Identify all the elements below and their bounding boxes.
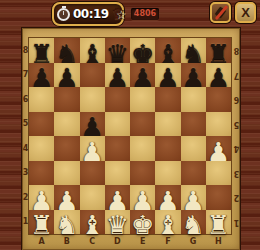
timer: 00:19 ♛ [52, 2, 124, 26]
chess-board-frame: 87654321 87654321 ABCDEFGH ♜♞♝♛♚♝♞♜♟♟♟♟♟… [22, 28, 240, 250]
rank-label-1: 1 [22, 210, 29, 235]
square-e1[interactable]: ♚ [130, 210, 155, 235]
square-c1[interactable]: ♝ [80, 210, 105, 235]
square-d7[interactable]: ♟ [105, 63, 130, 88]
sound-off-button[interactable] [210, 2, 231, 23]
square-c8[interactable]: ♝ [80, 38, 105, 63]
rank-label-8: 8 [22, 38, 29, 63]
square-a3[interactable] [29, 161, 54, 186]
rank-label-5: 5 [22, 112, 29, 137]
white-rook[interactable]: ♜ [207, 212, 230, 238]
square-f5[interactable] [155, 112, 180, 137]
square-f6[interactable] [155, 87, 180, 112]
square-a7[interactable]: ♟ [29, 63, 54, 88]
square-f7[interactable]: ♟ [155, 63, 180, 88]
square-g2[interactable]: ♟ [181, 185, 206, 210]
white-rook[interactable]: ♜ [30, 212, 53, 238]
square-c5[interactable]: ♟ [80, 112, 105, 137]
square-f4[interactable] [155, 136, 180, 161]
square-b7[interactable]: ♟ [54, 63, 79, 88]
square-h2[interactable] [206, 185, 231, 210]
square-h8[interactable]: ♜ [206, 38, 231, 63]
square-h7[interactable]: ♟ [206, 63, 231, 88]
game-window: 00:19 ♛ ☆ 4806 X 87654321 87654321 ABCDE… [0, 0, 260, 250]
square-d4[interactable] [105, 136, 130, 161]
rank-label-5-right: 5 [233, 112, 240, 137]
rank-label-7: 7 [22, 63, 29, 88]
timer-value: 00:19 [73, 7, 109, 21]
square-d2[interactable]: ♟ [105, 185, 130, 210]
rank-label-8-right: 8 [233, 38, 240, 63]
white-queen[interactable]: ♛ [106, 212, 129, 238]
square-d3[interactable] [105, 161, 130, 186]
square-g6[interactable] [181, 87, 206, 112]
square-d6[interactable] [105, 87, 130, 112]
rank-label-7-right: 7 [233, 63, 240, 88]
close-button[interactable]: X [235, 2, 256, 23]
rank-labels-right: 87654321 [233, 38, 240, 234]
rank-label-4: 4 [22, 136, 29, 161]
square-d1[interactable]: ♛ [105, 210, 130, 235]
square-h3[interactable] [206, 161, 231, 186]
square-g8[interactable]: ♞ [181, 38, 206, 63]
square-a6[interactable] [29, 87, 54, 112]
square-e7[interactable]: ♟ [130, 63, 155, 88]
square-e3[interactable] [130, 161, 155, 186]
square-f3[interactable] [155, 161, 180, 186]
square-e6[interactable] [130, 87, 155, 112]
close-icon: X [241, 6, 250, 19]
square-g7[interactable]: ♟ [181, 63, 206, 88]
white-king[interactable]: ♚ [131, 212, 154, 238]
square-b1[interactable]: ♞ [54, 210, 79, 235]
white-bishop[interactable]: ♝ [80, 212, 103, 238]
rank-label-2: 2 [22, 185, 29, 210]
square-c7[interactable] [80, 63, 105, 88]
square-a8[interactable]: ♜ [29, 38, 54, 63]
square-h1[interactable]: ♜ [206, 210, 231, 235]
square-b4[interactable] [54, 136, 79, 161]
chess-board: ♜♞♝♛♚♝♞♜♟♟♟♟♟♟♟♟♟♟♟♟♟♟♟♟♜♞♝♛♚♝♞♜ [29, 38, 231, 234]
square-b5[interactable] [54, 112, 79, 137]
square-e5[interactable] [130, 112, 155, 137]
square-a5[interactable] [29, 112, 54, 137]
square-g3[interactable] [181, 161, 206, 186]
rank-label-3-right: 3 [233, 161, 240, 186]
score-badge: 4806 [131, 8, 159, 20]
square-f1[interactable]: ♝ [155, 210, 180, 235]
square-b3[interactable] [54, 161, 79, 186]
square-h4[interactable]: ♟ [206, 136, 231, 161]
rank-label-1-right: 1 [233, 210, 240, 235]
square-a1[interactable]: ♜ [29, 210, 54, 235]
rank-labels-left: 87654321 [22, 38, 29, 234]
square-b6[interactable] [54, 87, 79, 112]
rank-label-2-right: 2 [233, 185, 240, 210]
square-e2[interactable]: ♟ [130, 185, 155, 210]
score-value: 4806 [134, 10, 156, 18]
square-c4[interactable]: ♟ [80, 136, 105, 161]
square-h5[interactable] [206, 112, 231, 137]
white-knight[interactable]: ♞ [55, 212, 78, 238]
square-g1[interactable]: ♞ [181, 210, 206, 235]
rank-label-6-right: 6 [233, 87, 240, 112]
square-c2[interactable] [80, 185, 105, 210]
sound-off-icon [213, 5, 228, 20]
square-d5[interactable] [105, 112, 130, 137]
stopwatch-icon [57, 8, 70, 21]
star-icon: ☆ [116, 9, 127, 21]
rank-label-6: 6 [22, 87, 29, 112]
square-e4[interactable] [130, 136, 155, 161]
square-c6[interactable] [80, 87, 105, 112]
square-b2[interactable]: ♟ [54, 185, 79, 210]
square-d8[interactable]: ♛ [105, 38, 130, 63]
square-g4[interactable] [181, 136, 206, 161]
square-f8[interactable]: ♝ [155, 38, 180, 63]
white-knight[interactable]: ♞ [181, 212, 204, 238]
square-c3[interactable] [80, 161, 105, 186]
square-a4[interactable] [29, 136, 54, 161]
square-a2[interactable]: ♟ [29, 185, 54, 210]
square-g5[interactable] [181, 112, 206, 137]
square-b8[interactable]: ♞ [54, 38, 79, 63]
square-h6[interactable] [206, 87, 231, 112]
rank-label-3: 3 [22, 161, 29, 186]
white-bishop[interactable]: ♝ [156, 212, 179, 238]
square-e8[interactable]: ♚ [130, 38, 155, 63]
rank-label-4-right: 4 [233, 136, 240, 161]
square-f2[interactable]: ♟ [155, 185, 180, 210]
